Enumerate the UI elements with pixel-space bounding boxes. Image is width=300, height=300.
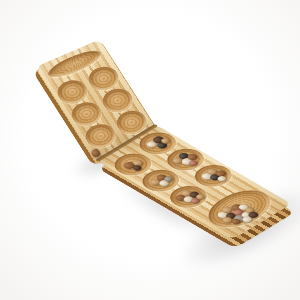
stone-cream — [216, 175, 228, 182]
stone-red — [187, 160, 199, 167]
product-photo — [0, 0, 300, 300]
stone-dark — [131, 164, 143, 171]
